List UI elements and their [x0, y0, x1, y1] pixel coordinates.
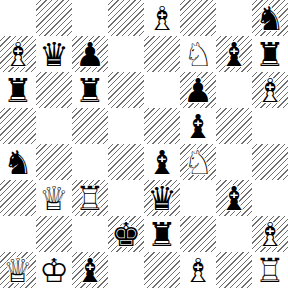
square-f4[interactable]: ♞♘ [180, 144, 216, 180]
chess-diagram: ♝♗♞♞♝♗♛♛♟♟♞♘♝♝♜♜♜♜♜♜♟♟♝♗♝♝♞♞♝♝♞♘♛♕♜♖♛♛♝♝… [0, 0, 288, 288]
white-rook[interactable]: ♜♖ [72, 180, 108, 216]
piece-glyph-white-bishop-icon: ♗ [0, 36, 36, 72]
black-bishop[interactable]: ♝♝ [180, 108, 216, 144]
square-g4[interactable] [216, 144, 252, 180]
square-c7[interactable]: ♟♟ [72, 36, 108, 72]
white-rook[interactable]: ♜♖ [252, 252, 288, 288]
square-f1[interactable]: ♝♗ [180, 252, 216, 288]
piece-glyph-black-rook-icon: ♜ [0, 72, 36, 108]
square-g1[interactable] [216, 252, 252, 288]
square-a4[interactable]: ♞♞ [0, 144, 36, 180]
black-queen[interactable]: ♛♛ [36, 36, 72, 72]
white-bishop[interactable]: ♝♗ [180, 252, 216, 288]
piece-glyph-black-rook-icon: ♜ [72, 72, 108, 108]
square-e5[interactable] [144, 108, 180, 144]
white-bishop[interactable]: ♝♗ [252, 72, 288, 108]
square-h5[interactable] [252, 108, 288, 144]
square-h2[interactable]: ♝♗ [252, 216, 288, 252]
black-rook[interactable]: ♜♜ [72, 72, 108, 108]
black-knight[interactable]: ♞♞ [252, 0, 288, 36]
black-pawn[interactable]: ♟♟ [180, 72, 216, 108]
piece-glyph-black-knight-icon: ♞ [252, 0, 288, 36]
square-d2[interactable]: ♚♚ [108, 216, 144, 252]
piece-glyph-black-rook-icon: ♜ [252, 36, 288, 72]
square-b4[interactable] [36, 144, 72, 180]
square-c8[interactable] [72, 0, 108, 36]
piece-glyph-black-pawn-icon: ♟ [180, 72, 216, 108]
black-knight[interactable]: ♞♞ [0, 144, 36, 180]
white-bishop[interactable]: ♝♗ [0, 36, 36, 72]
piece-glyph-black-knight-icon: ♞ [0, 144, 36, 180]
white-knight[interactable]: ♞♘ [180, 144, 216, 180]
black-queen[interactable]: ♛♛ [144, 180, 180, 216]
square-c4[interactable] [72, 144, 108, 180]
square-a7[interactable]: ♝♗ [0, 36, 36, 72]
white-queen[interactable]: ♛♕ [0, 252, 36, 288]
piece-glyph-black-pawn-icon: ♟ [72, 36, 108, 72]
piece-glyph-white-rook-icon: ♖ [72, 180, 108, 216]
square-e4[interactable]: ♝♝ [144, 144, 180, 180]
square-f3[interactable] [180, 180, 216, 216]
piece-glyph-black-bishop-icon: ♝ [72, 252, 108, 288]
square-c1[interactable]: ♝♝ [72, 252, 108, 288]
piece-glyph-black-bishop-icon: ♝ [144, 144, 180, 180]
square-b8[interactable] [36, 0, 72, 36]
piece-glyph-black-queen-icon: ♛ [36, 36, 72, 72]
piece-glyph-white-queen-icon: ♕ [0, 252, 36, 288]
square-d3[interactable] [108, 180, 144, 216]
black-bishop[interactable]: ♝♝ [216, 36, 252, 72]
black-pawn[interactable]: ♟♟ [72, 36, 108, 72]
black-bishop[interactable]: ♝♝ [144, 144, 180, 180]
square-c5[interactable] [72, 108, 108, 144]
square-e3[interactable]: ♛♛ [144, 180, 180, 216]
square-b3[interactable]: ♛♕ [36, 180, 72, 216]
piece-glyph-black-queen-icon: ♛ [144, 180, 180, 216]
square-f8[interactable] [180, 0, 216, 36]
square-f6[interactable]: ♟♟ [180, 72, 216, 108]
square-b6[interactable] [36, 72, 72, 108]
piece-glyph-black-bishop-icon: ♝ [180, 108, 216, 144]
square-b1[interactable]: ♚♔ [36, 252, 72, 288]
square-e7[interactable] [144, 36, 180, 72]
piece-glyph-white-bishop-icon: ♗ [180, 252, 216, 288]
square-h4[interactable] [252, 144, 288, 180]
square-g7[interactable]: ♝♝ [216, 36, 252, 72]
piece-glyph-white-bishop-icon: ♗ [252, 216, 288, 252]
square-d5[interactable] [108, 108, 144, 144]
square-e1[interactable] [144, 252, 180, 288]
black-rook[interactable]: ♜♜ [144, 216, 180, 252]
square-a6[interactable]: ♜♜ [0, 72, 36, 108]
black-bishop[interactable]: ♝♝ [72, 252, 108, 288]
black-king[interactable]: ♚♚ [108, 216, 144, 252]
piece-glyph-black-bishop-icon: ♝ [216, 180, 252, 216]
square-e6[interactable] [144, 72, 180, 108]
square-d1[interactable] [108, 252, 144, 288]
black-bishop[interactable]: ♝♝ [216, 180, 252, 216]
square-a8[interactable] [0, 0, 36, 36]
square-h3[interactable] [252, 180, 288, 216]
square-c2[interactable] [72, 216, 108, 252]
piece-glyph-white-bishop-icon: ♗ [144, 0, 180, 36]
square-c6[interactable]: ♜♜ [72, 72, 108, 108]
square-d8[interactable] [108, 0, 144, 36]
square-g6[interactable] [216, 72, 252, 108]
white-queen[interactable]: ♛♕ [36, 180, 72, 216]
black-rook[interactable]: ♜♜ [252, 36, 288, 72]
square-e8[interactable]: ♝♗ [144, 0, 180, 36]
piece-glyph-white-knight-icon: ♘ [180, 36, 216, 72]
piece-glyph-white-bishop-icon: ♗ [252, 72, 288, 108]
chess-board: ♝♗♞♞♝♗♛♛♟♟♞♘♝♝♜♜♜♜♜♜♟♟♝♗♝♝♞♞♝♝♞♘♛♕♜♖♛♛♝♝… [0, 0, 288, 288]
square-b5[interactable] [36, 108, 72, 144]
piece-glyph-white-knight-icon: ♘ [180, 144, 216, 180]
square-h6[interactable]: ♝♗ [252, 72, 288, 108]
white-king[interactable]: ♚♔ [36, 252, 72, 288]
white-bishop[interactable]: ♝♗ [144, 0, 180, 36]
square-g2[interactable] [216, 216, 252, 252]
square-g8[interactable] [216, 0, 252, 36]
square-f2[interactable] [180, 216, 216, 252]
piece-glyph-white-king-icon: ♔ [36, 252, 72, 288]
square-e2[interactable]: ♜♜ [144, 216, 180, 252]
piece-glyph-white-rook-icon: ♖ [252, 252, 288, 288]
piece-glyph-black-rook-icon: ♜ [144, 216, 180, 252]
square-h8[interactable]: ♞♞ [252, 0, 288, 36]
square-d6[interactable] [108, 72, 144, 108]
square-a3[interactable] [0, 180, 36, 216]
square-c3[interactable]: ♜♖ [72, 180, 108, 216]
piece-glyph-black-bishop-icon: ♝ [216, 36, 252, 72]
square-a5[interactable] [0, 108, 36, 144]
square-d4[interactable] [108, 144, 144, 180]
square-a1[interactable]: ♛♕ [0, 252, 36, 288]
square-f5[interactable]: ♝♝ [180, 108, 216, 144]
square-g3[interactable]: ♝♝ [216, 180, 252, 216]
white-knight[interactable]: ♞♘ [180, 36, 216, 72]
piece-glyph-black-king-icon: ♚ [108, 216, 144, 252]
square-h1[interactable]: ♜♖ [252, 252, 288, 288]
square-b2[interactable] [36, 216, 72, 252]
square-d7[interactable] [108, 36, 144, 72]
square-g5[interactable] [216, 108, 252, 144]
square-f7[interactable]: ♞♘ [180, 36, 216, 72]
black-rook[interactable]: ♜♜ [0, 72, 36, 108]
piece-glyph-white-queen-icon: ♕ [36, 180, 72, 216]
square-b7[interactable]: ♛♛ [36, 36, 72, 72]
white-bishop[interactable]: ♝♗ [252, 216, 288, 252]
square-h7[interactable]: ♜♜ [252, 36, 288, 72]
square-a2[interactable] [0, 216, 36, 252]
